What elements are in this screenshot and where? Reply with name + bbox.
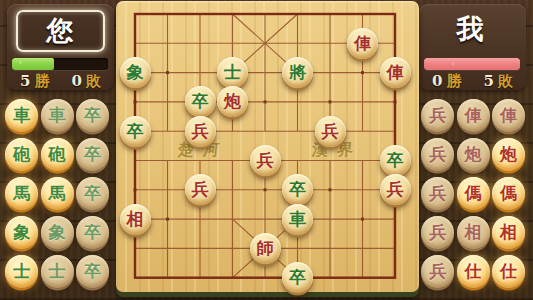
player-you-losses-label: 敗 <box>86 72 101 91</box>
tray-piece-俥-inplay: 俥 <box>457 99 490 132</box>
tray-piece-傌-captured: 傌 <box>457 177 490 210</box>
tray-piece-兵-inplay: 兵 <box>421 216 454 249</box>
tray-piece-象-captured: 象 <box>5 216 38 249</box>
tray-right: 兵俥俥兵炮炮兵傌傌兵相相兵仕仕 <box>420 96 527 292</box>
board-piece-red-相[interactable]: 相 <box>120 204 151 235</box>
tray-piece-士-inplay: 士 <box>41 255 74 288</box>
tray-piece-炮-captured: 炮 <box>492 138 525 171</box>
player-me-title-box: 我 <box>428 10 513 48</box>
tray-piece-卒-inplay: 卒 <box>76 255 109 288</box>
tray-piece-卒-inplay: 卒 <box>76 177 109 210</box>
tray-piece-兵-inplay: 兵 <box>421 177 454 210</box>
board-piece-red-兵[interactable]: 兵 <box>380 174 411 205</box>
tray-piece-馬-captured: 馬 <box>41 177 74 210</box>
board-piece-green-卒[interactable]: 卒 <box>120 116 151 147</box>
player-me-record: 0勝 5敗 <box>419 73 526 89</box>
player-me-bar-fill <box>424 58 520 70</box>
board-piece-green-卒[interactable]: 卒 <box>282 174 313 205</box>
tray-piece-象-inplay: 象 <box>41 216 74 249</box>
tray-left: 車車卒砲砲卒馬馬卒象象卒士士卒 <box>4 96 111 292</box>
tray-piece-車-inplay: 車 <box>41 99 74 132</box>
board-piece-red-兵[interactable]: 兵 <box>250 145 281 176</box>
board-piece-green-卒[interactable]: 卒 <box>185 86 216 117</box>
player-you-losses: 0 <box>72 72 82 90</box>
player-me-losses-label: 敗 <box>498 72 513 91</box>
tray-piece-士-captured: 士 <box>5 255 38 288</box>
player-you-panel: 您 5勝 0敗 <box>7 4 114 90</box>
player-me-wins: 0 <box>432 72 442 90</box>
tray-piece-卒-inplay: 卒 <box>76 99 109 132</box>
tray-piece-車-captured: 車 <box>5 99 38 132</box>
tray-piece-傌-captured: 傌 <box>492 177 525 210</box>
tray-piece-相-inplay: 相 <box>457 216 490 249</box>
board-piece-red-兵[interactable]: 兵 <box>185 116 216 147</box>
board-piece-green-卒[interactable]: 卒 <box>282 262 313 293</box>
board-piece-red-俥[interactable]: 俥 <box>380 57 411 88</box>
tray-piece-相-captured: 相 <box>492 216 525 249</box>
board-piece-red-俥[interactable]: 俥 <box>347 28 378 59</box>
board-piece-red-炮[interactable]: 炮 <box>217 86 248 117</box>
tray-piece-仕-captured: 仕 <box>492 255 525 288</box>
tray-piece-仕-captured: 仕 <box>457 255 490 288</box>
tray-piece-馬-captured: 馬 <box>5 177 38 210</box>
board-piece-green-士[interactable]: 士 <box>217 57 248 88</box>
tray-piece-砲-captured: 砲 <box>5 138 38 171</box>
xiangqi-game-screen: 您 5勝 0敗 我 0勝 5敗 車車卒砲砲卒馬馬卒象象卒士士卒 兵俥俥兵炮炮兵傌… <box>0 0 533 300</box>
board-piece-red-師[interactable]: 師 <box>250 233 281 264</box>
player-you-bar <box>12 58 108 70</box>
player-you-record: 5勝 0敗 <box>7 73 114 89</box>
board-piece-red-兵[interactable]: 兵 <box>315 116 346 147</box>
tray-piece-俥-inplay: 俥 <box>492 99 525 132</box>
board-piece-red-兵[interactable]: 兵 <box>185 174 216 205</box>
player-you-wins-label: 勝 <box>35 72 50 91</box>
tray-piece-炮-inplay: 炮 <box>457 138 490 171</box>
player-you-turn-frame: 您 <box>16 10 105 52</box>
board-piece-green-象[interactable]: 象 <box>120 57 151 88</box>
tray-piece-砲-captured: 砲 <box>41 138 74 171</box>
player-you-bar-fill <box>12 58 54 70</box>
tray-piece-兵-inplay: 兵 <box>421 138 454 171</box>
xiangqi-board[interactable]: 楚河 漢界 俥象士將俥卒炮卒兵兵兵卒兵卒兵相車師卒 <box>116 1 419 292</box>
tray-piece-兵-inplay: 兵 <box>421 255 454 288</box>
player-me-bar <box>424 58 520 70</box>
board-piece-green-將[interactable]: 將 <box>282 57 313 88</box>
player-me-losses: 5 <box>484 72 494 90</box>
player-me-panel: 我 0勝 5敗 <box>419 4 526 90</box>
player-me-name: 我 <box>457 11 485 47</box>
player-you-wins: 5 <box>20 72 30 90</box>
board-piece-green-卒[interactable]: 卒 <box>380 145 411 176</box>
tray-piece-兵-inplay: 兵 <box>421 99 454 132</box>
tray-piece-卒-inplay: 卒 <box>76 138 109 171</box>
board-grid[interactable]: 俥象士將俥卒炮卒兵兵兵卒兵卒兵相車師卒 <box>119 0 412 292</box>
player-me-wins-label: 勝 <box>447 72 462 91</box>
board-piece-green-車[interactable]: 車 <box>282 204 313 235</box>
player-you-name: 您 <box>47 13 75 49</box>
tray-piece-卒-inplay: 卒 <box>76 216 109 249</box>
